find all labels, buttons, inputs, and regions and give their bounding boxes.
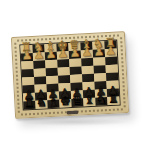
square[interactable]: ♜ xyxy=(107,96,119,105)
board-shadow xyxy=(18,118,130,126)
square[interactable]: ♞ xyxy=(35,100,47,109)
black-rook[interactable]: ♜ xyxy=(24,98,35,109)
white-pawn[interactable]: ♟ xyxy=(81,47,92,58)
product-photo-background: { "game": "chess", "scene": { "descripti… xyxy=(0,0,150,150)
white-pawn[interactable]: ♟ xyxy=(57,48,68,59)
square[interactable]: ♛ xyxy=(71,98,83,107)
white-pawn[interactable]: ♟ xyxy=(21,50,32,61)
square[interactable]: ♞ xyxy=(95,97,107,106)
white-pawn[interactable]: ♟ xyxy=(45,49,56,60)
black-knight[interactable]: ♞ xyxy=(36,97,47,108)
square[interactable]: ♝ xyxy=(83,98,95,107)
frame-dots-right xyxy=(120,37,126,107)
board-tilt-wrapper: ♜♞♝♚♛♝♞♜♟♟♟♟♟♟♟♟♟♟♟♟♟♟♟♟♜♞♝♚♛♝♞♜ xyxy=(11,31,129,119)
square[interactable]: ♜ xyxy=(23,101,35,110)
white-pawn[interactable]: ♟ xyxy=(33,49,44,60)
black-king[interactable]: ♚ xyxy=(60,96,71,107)
clasp-icon xyxy=(67,111,78,115)
chess-board: ♜♞♝♚♛♝♞♜♟♟♟♟♟♟♟♟♟♟♟♟♟♟♟♟♜♞♝♚♛♝♞♜ xyxy=(11,31,129,119)
white-pawn[interactable]: ♟ xyxy=(69,47,80,58)
square[interactable]: ♝ xyxy=(47,100,59,109)
board-grid: ♜♞♝♚♛♝♞♜♟♟♟♟♟♟♟♟♟♟♟♟♟♟♟♟♜♞♝♚♛♝♞♜ xyxy=(19,39,120,110)
black-rook[interactable]: ♜ xyxy=(108,93,119,104)
black-bishop[interactable]: ♝ xyxy=(48,97,59,108)
white-pawn[interactable]: ♟ xyxy=(93,46,104,57)
photo-scene: ♜♞♝♚♛♝♞♜♟♟♟♟♟♟♟♟♟♟♟♟♟♟♟♟♜♞♝♚♛♝♞♜ xyxy=(0,0,150,150)
black-knight[interactable]: ♞ xyxy=(96,94,107,105)
black-bishop[interactable]: ♝ xyxy=(84,95,95,106)
white-pawn[interactable]: ♟ xyxy=(105,46,116,57)
black-queen[interactable]: ♛ xyxy=(72,95,83,106)
square[interactable]: ♚ xyxy=(59,99,71,108)
